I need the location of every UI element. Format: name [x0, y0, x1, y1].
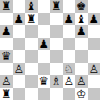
square-a2[interactable]: ♙: [0, 75, 13, 88]
square-f3[interactable]: ♘: [63, 63, 76, 76]
square-h4[interactable]: [88, 50, 101, 63]
square-a4[interactable]: ♛: [0, 50, 13, 63]
square-e7[interactable]: [50, 13, 63, 26]
square-h6[interactable]: [88, 25, 101, 38]
square-c6[interactable]: [25, 25, 38, 38]
square-d4[interactable]: [38, 50, 51, 63]
square-g8[interactable]: ♚: [75, 0, 88, 13]
piece-black-pawn: ♟: [64, 13, 74, 26]
piece-black-pawn: ♟: [14, 13, 24, 26]
square-b1[interactable]: [13, 88, 26, 101]
piece-black-rook: ♜: [51, 0, 61, 13]
piece-white-pawn: ♙: [76, 75, 86, 88]
square-d3[interactable]: [38, 63, 51, 76]
square-g6[interactable]: ♟: [75, 25, 88, 38]
square-g3[interactable]: [75, 63, 88, 76]
square-a3[interactable]: [0, 63, 13, 76]
square-e5[interactable]: [50, 38, 63, 51]
chess-board: ♜♝♜♚♟♜♟♝♟♟♟♟♛♙♘♙♙♛♗♙♙♜♔: [0, 0, 100, 100]
piece-white-pawn: ♙: [14, 63, 24, 76]
piece-white-bishop: ♗: [51, 75, 61, 88]
square-h7[interactable]: ♟: [88, 13, 101, 26]
square-f2[interactable]: ♙: [63, 75, 76, 88]
square-c5[interactable]: [25, 38, 38, 51]
piece-black-rook: ♜: [1, 88, 11, 101]
piece-white-king: ♔: [76, 88, 86, 101]
square-b2[interactable]: [13, 75, 26, 88]
square-d6[interactable]: [38, 25, 51, 38]
piece-black-pawn: ♟: [76, 25, 86, 38]
piece-black-bishop: ♝: [26, 0, 36, 13]
piece-black-pawn: ♟: [1, 25, 11, 38]
square-e8[interactable]: ♜: [50, 0, 63, 13]
square-c3[interactable]: [25, 63, 38, 76]
square-c1[interactable]: [25, 88, 38, 101]
square-d2[interactable]: ♛: [38, 75, 51, 88]
square-h5[interactable]: [88, 38, 101, 51]
square-h2[interactable]: [88, 75, 101, 88]
square-c4[interactable]: [25, 50, 38, 63]
square-g4[interactable]: [75, 50, 88, 63]
square-e6[interactable]: [50, 25, 63, 38]
piece-white-pawn: ♙: [89, 63, 99, 76]
square-e4[interactable]: [50, 50, 63, 63]
square-f6[interactable]: [63, 25, 76, 38]
piece-black-queen: ♛: [39, 75, 49, 88]
square-b7[interactable]: ♟: [13, 13, 26, 26]
square-g2[interactable]: ♙: [75, 75, 88, 88]
piece-white-knight: ♘: [64, 63, 74, 76]
square-c2[interactable]: [25, 75, 38, 88]
square-a5[interactable]: [0, 38, 13, 51]
square-b4[interactable]: [13, 50, 26, 63]
square-b8[interactable]: [13, 0, 26, 13]
piece-black-king: ♚: [76, 0, 86, 13]
piece-black-rook: ♜: [1, 0, 11, 13]
square-h8[interactable]: [88, 0, 101, 13]
square-f8[interactable]: [63, 0, 76, 13]
square-a6[interactable]: ♟: [0, 25, 13, 38]
piece-black-bishop: ♝: [76, 13, 86, 26]
square-a7[interactable]: [0, 13, 13, 26]
piece-black-pawn: ♟: [39, 38, 49, 51]
square-d7[interactable]: [38, 13, 51, 26]
square-a8[interactable]: ♜: [0, 0, 13, 13]
piece-black-rook: ♜: [26, 13, 36, 26]
square-b3[interactable]: ♙: [13, 63, 26, 76]
square-f1[interactable]: [63, 88, 76, 101]
square-e2[interactable]: ♗: [50, 75, 63, 88]
square-d5[interactable]: ♟: [38, 38, 51, 51]
square-f5[interactable]: [63, 38, 76, 51]
square-f4[interactable]: [63, 50, 76, 63]
piece-white-pawn: ♙: [64, 75, 74, 88]
square-b6[interactable]: [13, 25, 26, 38]
square-g5[interactable]: [75, 38, 88, 51]
square-d8[interactable]: [38, 0, 51, 13]
square-g7[interactable]: ♝: [75, 13, 88, 26]
piece-black-pawn: ♟: [89, 13, 99, 26]
square-e1[interactable]: [50, 88, 63, 101]
square-h1[interactable]: [88, 88, 101, 101]
square-f7[interactable]: ♟: [63, 13, 76, 26]
square-c7[interactable]: ♜: [25, 13, 38, 26]
square-a1[interactable]: ♜: [0, 88, 13, 101]
square-d1[interactable]: [38, 88, 51, 101]
square-c8[interactable]: ♝: [25, 0, 38, 13]
piece-white-pawn: ♙: [1, 75, 11, 88]
square-g1[interactable]: ♔: [75, 88, 88, 101]
square-b5[interactable]: [13, 38, 26, 51]
square-e3[interactable]: [50, 63, 63, 76]
square-h3[interactable]: ♙: [88, 63, 101, 76]
piece-black-queen: ♛: [1, 50, 11, 63]
